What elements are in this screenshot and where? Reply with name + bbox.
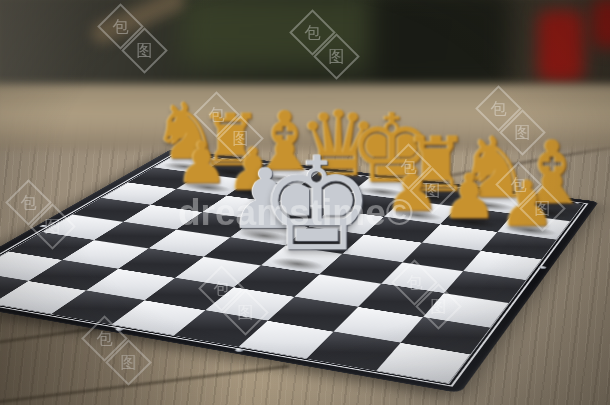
frame-screw-icon xyxy=(234,348,245,352)
gold-pawn[interactable]: ♟ xyxy=(497,172,557,235)
background-red-object xyxy=(538,10,584,82)
gold-pawn[interactable]: ♟ xyxy=(175,134,230,192)
frame-screw-icon xyxy=(538,266,547,269)
chess-photo-scene: ♞♜♝♛♚♜♞♝♟♟♟♟♟♟♚ dreamstime© 包图包图包图包图包图包图… xyxy=(0,0,610,405)
frame-screw-icon xyxy=(39,225,48,228)
background-foliage xyxy=(180,0,390,68)
background-red-object xyxy=(592,0,610,48)
silver-king[interactable]: ♚ xyxy=(259,140,323,270)
gold-pawn[interactable]: ♟ xyxy=(383,159,441,220)
frame-screw-icon xyxy=(114,327,125,331)
background-shade xyxy=(370,0,510,90)
gold-pawn[interactable]: ♟ xyxy=(439,165,498,227)
